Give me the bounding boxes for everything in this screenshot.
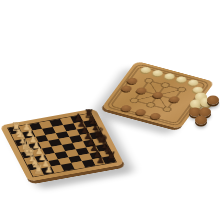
dark-spare-disc (207, 96, 219, 105)
square-h8: ♜ (102, 156, 115, 164)
square-d8: ♛ (90, 132, 103, 140)
chess-grid: ♜♟♟♜♞♟♟♞♝♟♟♝♛♟♟♛♚♟♟♚♝♟♟♝♞♟♟♞♜♟♟♜ (7, 113, 117, 178)
dark-spare-disc (195, 116, 207, 125)
square-d2: ♟ (28, 143, 41, 151)
square-h6 (82, 159, 95, 167)
chess-board: ♜♟♟♜♞♟♟♞♝♟♟♝♛♟♟♛♚♟♟♚♝♟♟♝♞♟♟♞♜♟♟♜ (0, 108, 124, 181)
black-bishop: ♝ (99, 139, 109, 151)
product-photo: ♜♟♟♜♞♟♟♞♝♟♟♝♛♟♟♛♚♟♟♚♝♟♟♝♞♟♟♞♜♟♟♜ (0, 0, 220, 220)
square-f8: ♝ (96, 144, 109, 152)
